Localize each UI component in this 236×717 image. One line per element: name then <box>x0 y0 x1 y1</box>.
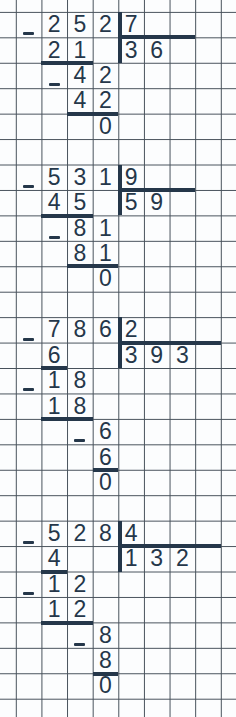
digit-cell: 2 <box>41 12 67 37</box>
squared-paper-division-worksheet: 2527213642420531945598181078626393181866… <box>0 0 236 717</box>
digit-cell: 0 <box>93 470 119 495</box>
digit-cell: 3 <box>144 546 170 571</box>
digit-cell: 3 <box>67 165 93 190</box>
subtraction-underline <box>67 264 118 268</box>
digit-cell: 7 <box>41 317 67 342</box>
digit-cell: 8 <box>93 622 119 647</box>
digit-cell: 1 <box>41 368 67 393</box>
digit-cell: 3 <box>170 343 196 368</box>
minus-dash <box>23 388 34 391</box>
division-bracket-line <box>118 35 195 39</box>
minus-dash <box>23 338 34 341</box>
minus-dash <box>23 592 34 595</box>
minus-sign <box>41 215 67 240</box>
subtraction-underline <box>67 112 118 116</box>
division-bracket-line <box>118 544 221 548</box>
subtraction-underline <box>41 417 92 421</box>
digit-cell: 1 <box>67 37 93 62</box>
division-bracket-line <box>118 341 221 345</box>
digit-cell: 2 <box>41 37 67 62</box>
minus-sign <box>16 317 42 342</box>
digit-cell: 9 <box>144 343 170 368</box>
minus-sign <box>67 622 93 647</box>
division-bracket-line <box>118 188 195 192</box>
digit-cell: 1 <box>41 597 67 622</box>
digit-cell: 1 <box>41 572 67 597</box>
minus-dash <box>49 236 60 239</box>
minus-sign <box>16 572 42 597</box>
digit-cell: 8 <box>67 317 93 342</box>
digit-cell: 6 <box>144 37 170 62</box>
subtraction-underline <box>41 214 92 218</box>
digit-cell: 0 <box>93 673 119 698</box>
digit-cell: 8 <box>67 368 93 393</box>
digit-cell: 4 <box>41 190 67 215</box>
digit-cell: 1 <box>93 215 119 240</box>
subtraction-underline <box>41 621 92 625</box>
minus-sign <box>16 521 42 546</box>
digit-cell: 5 <box>67 190 93 215</box>
digit-cell: 6 <box>93 317 119 342</box>
subtraction-underline <box>41 61 92 65</box>
minus-dash <box>23 32 34 35</box>
digit-cell: 8 <box>67 241 93 266</box>
digit-cell: 2 <box>67 597 93 622</box>
minus-sign <box>16 12 42 37</box>
minus-dash <box>23 185 34 188</box>
digit-cell: 8 <box>93 521 119 546</box>
minus-dash <box>74 643 85 646</box>
digit-cell: 2 <box>67 521 93 546</box>
digit-cell: 0 <box>93 266 119 291</box>
digit-cell: 1 <box>93 165 119 190</box>
minus-dash <box>49 83 60 86</box>
digit-cell: 2 <box>67 572 93 597</box>
digit-cell: 9 <box>144 190 170 215</box>
minus-dash <box>23 541 34 544</box>
subtraction-underline <box>93 468 119 472</box>
digit-cell: 4 <box>67 63 93 88</box>
digit-cell: 0 <box>93 114 119 139</box>
subtraction-underline <box>41 570 67 574</box>
digit-cell: 8 <box>67 393 93 418</box>
subtraction-underline <box>41 366 67 370</box>
digit-cell: 6 <box>93 444 119 469</box>
digit-cell: 6 <box>41 343 67 368</box>
digit-cell: 5 <box>41 521 67 546</box>
digit-cell: 2 <box>93 12 119 37</box>
digit-cell: 2 <box>93 88 119 113</box>
digit-cell: 6 <box>93 419 119 444</box>
digit-cell: 1 <box>41 393 67 418</box>
subtraction-underline <box>93 672 119 676</box>
digit-cell: 8 <box>67 215 93 240</box>
digit-cell: 5 <box>41 165 67 190</box>
digit-cell: 8 <box>93 648 119 673</box>
digit-cell: 4 <box>41 546 67 571</box>
digit-cell: 2 <box>170 546 196 571</box>
minus-sign <box>16 368 42 393</box>
digit-cell: 5 <box>67 12 93 37</box>
digit-cell: 2 <box>93 63 119 88</box>
minus-sign <box>41 63 67 88</box>
minus-dash <box>74 439 85 442</box>
minus-sign <box>16 165 42 190</box>
minus-sign <box>67 419 93 444</box>
digit-cell: 4 <box>67 88 93 113</box>
digit-cell: 1 <box>93 241 119 266</box>
